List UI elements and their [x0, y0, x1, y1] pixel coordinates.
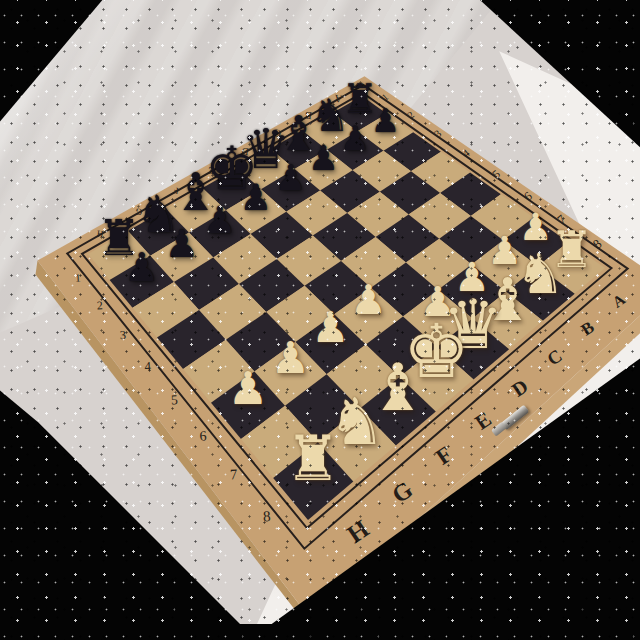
photo-of-chess-set: AA11BB22CC33DD44EE55FF66GG77HH88 ♜♞♟♝♟♛♟… — [0, 0, 640, 640]
rank-label-sw-5: 5 — [171, 392, 179, 407]
rank-label-sw-2: 2 — [96, 298, 103, 312]
rank-label-sw-8: 8 — [263, 507, 272, 524]
file-label-far-d: D — [241, 146, 249, 158]
rank-label-sw-6: 6 — [199, 427, 207, 443]
photo-edge-bottom — [0, 624, 640, 640]
rank-label-sw-3: 3 — [120, 328, 127, 342]
rank-label-sw-7: 7 — [230, 466, 238, 482]
rank-label-sw-1: 1 — [75, 272, 81, 284]
